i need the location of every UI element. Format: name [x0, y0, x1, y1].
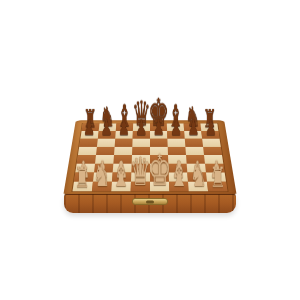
white-bishop-c1[interactable]: ♝ — [111, 157, 130, 191]
white-rook-a1[interactable]: ♜ — [74, 163, 90, 191]
board-grid: ♜♞♝♛♚♝♞♜♟♟♟♟♟♟♟♟♟♟♟♟♟♟♟♟♜♞♝♛♚♝♞♜ — [71, 123, 228, 192]
square-c7[interactable]: ♟ — [115, 131, 133, 139]
square-g1[interactable]: ♞ — [188, 182, 208, 192]
black-pawn-a7[interactable]: ♟ — [83, 117, 95, 138]
square-c1[interactable]: ♝ — [111, 182, 131, 192]
square-e7[interactable]: ♟ — [150, 131, 167, 139]
product-photo-stage: ♜♞♝♛♚♝♞♜♟♟♟♟♟♟♟♟♟♟♟♟♟♟♟♟♜♞♝♛♚♝♞♜ — [0, 0, 300, 300]
square-b7[interactable]: ♟ — [98, 131, 116, 139]
white-rook-h1[interactable]: ♜ — [210, 163, 226, 191]
brass-latch[interactable] — [132, 198, 168, 205]
square-b6[interactable] — [97, 139, 115, 147]
black-pawn-h7[interactable]: ♟ — [205, 117, 217, 138]
square-b1[interactable]: ♞ — [92, 182, 112, 192]
square-f7[interactable]: ♟ — [167, 131, 185, 139]
square-f1[interactable]: ♝ — [169, 182, 189, 192]
white-knight-g1[interactable]: ♞ — [190, 160, 207, 191]
square-a5[interactable] — [78, 147, 97, 155]
square-d7[interactable]: ♟ — [133, 131, 150, 139]
black-pawn-d7[interactable]: ♟ — [135, 117, 147, 138]
black-pawn-e7[interactable]: ♟ — [153, 117, 165, 138]
chess-board: ♜♞♝♛♚♝♞♜♟♟♟♟♟♟♟♟♟♟♟♟♟♟♟♟♜♞♝♛♚♝♞♜ — [63, 120, 237, 196]
folding-box-side — [64, 194, 236, 213]
square-h5[interactable] — [203, 147, 222, 155]
black-pawn-g7[interactable]: ♟ — [188, 117, 200, 138]
square-a7[interactable]: ♟ — [80, 131, 98, 139]
white-bishop-f1[interactable]: ♝ — [169, 157, 188, 191]
square-e1[interactable]: ♚ — [150, 182, 169, 192]
square-g7[interactable]: ♟ — [184, 131, 202, 139]
square-a6[interactable] — [79, 139, 98, 147]
square-h7[interactable]: ♟ — [201, 131, 219, 139]
black-pawn-c7[interactable]: ♟ — [118, 117, 130, 138]
latch-keyhole — [146, 200, 154, 203]
square-g6[interactable] — [185, 139, 203, 147]
white-knight-b1[interactable]: ♞ — [93, 160, 110, 191]
square-h6[interactable] — [202, 139, 221, 147]
black-pawn-f7[interactable]: ♟ — [170, 117, 182, 138]
square-c6[interactable] — [115, 139, 133, 147]
square-h1[interactable]: ♜ — [207, 182, 227, 192]
white-king-e1[interactable]: ♚ — [148, 148, 172, 191]
square-a1[interactable]: ♜ — [73, 182, 93, 192]
black-pawn-b7[interactable]: ♟ — [101, 117, 113, 138]
